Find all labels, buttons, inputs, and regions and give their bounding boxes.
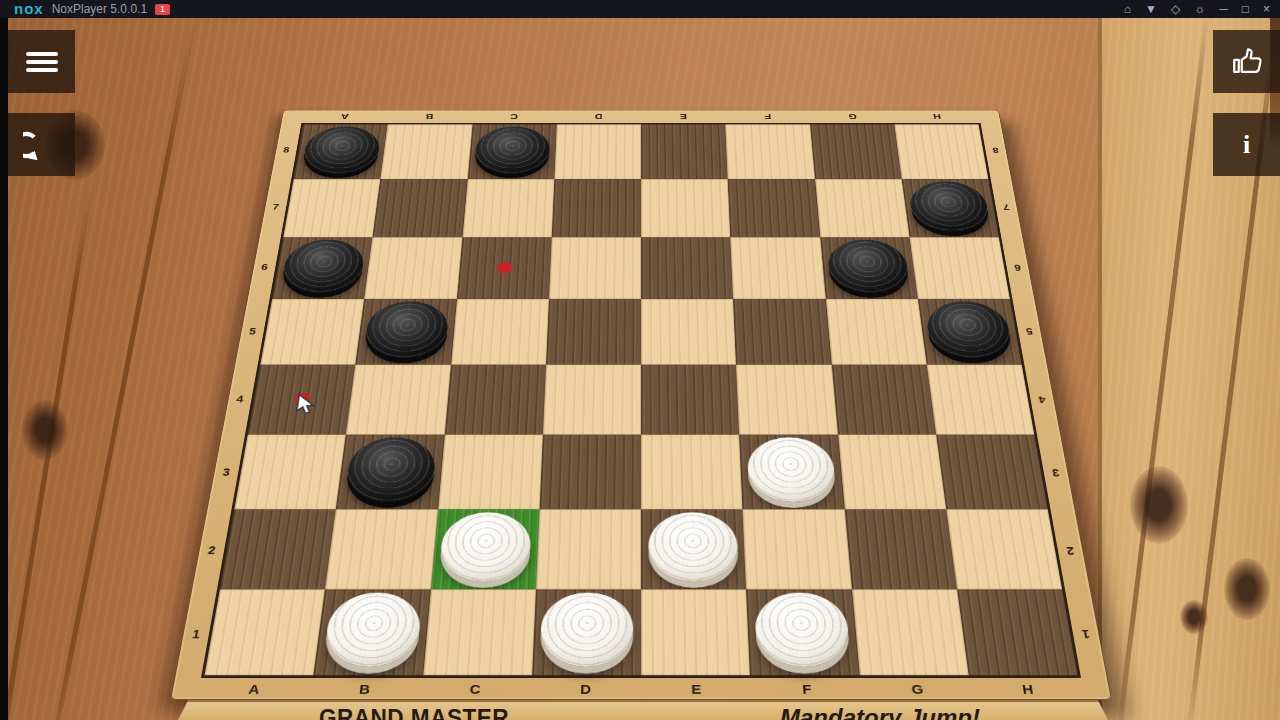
square-e2[interactable] (641, 509, 746, 589)
square-f7[interactable] (728, 179, 820, 237)
square-b1[interactable] (314, 589, 431, 675)
white-checker-f3[interactable] (746, 437, 836, 501)
file-label-top-g: G (810, 112, 896, 120)
square-d7[interactable] (552, 179, 641, 237)
square-f6[interactable] (730, 237, 825, 299)
black-checker-b5[interactable] (363, 302, 450, 358)
square-f8[interactable] (725, 124, 814, 179)
square-a6[interactable] (272, 237, 373, 299)
black-checker-c8[interactable] (474, 127, 551, 174)
thumbs-up-icon (1229, 44, 1265, 80)
file-label-bottom-f: F (751, 681, 862, 696)
wood-knot (1224, 558, 1270, 620)
black-checker-g6[interactable] (826, 240, 910, 293)
info-icon: i (1243, 130, 1250, 160)
file-label-top-f: F (725, 112, 810, 120)
file-labels-top: ABCDEFGH (282, 110, 1001, 122)
file-label-bottom-c: C (419, 681, 530, 696)
file-label-top-b: B (387, 112, 473, 120)
square-a8[interactable] (294, 124, 388, 179)
square-d8[interactable] (554, 124, 641, 179)
black-checker-b3[interactable] (344, 437, 437, 501)
move-hint-dot-c6[interactable] (497, 262, 513, 273)
square-h6[interactable] (909, 237, 1010, 299)
square-c7[interactable] (462, 179, 554, 237)
window-titlebar: nox NoxPlayer 5.0.0.1 1 ⌂▼◇☼─□× (0, 0, 1280, 18)
window-title: NoxPlayer 5.0.0.1 (52, 2, 147, 16)
square-c2[interactable] (430, 509, 539, 589)
like-button[interactable] (1213, 30, 1280, 93)
square-e1[interactable] (641, 589, 750, 675)
hamburger-icon (26, 48, 58, 76)
file-label-top-c: C (471, 112, 556, 120)
square-d3[interactable] (539, 435, 641, 510)
square-e8[interactable] (641, 124, 728, 179)
square-a2[interactable] (220, 509, 336, 589)
close-icon[interactable]: × (1263, 1, 1270, 17)
wood-knot (1180, 600, 1208, 634)
square-f1[interactable] (746, 589, 859, 675)
minimize-icon[interactable]: ─ (1219, 1, 1228, 17)
board-front-edge: GRAND MASTER Mandatory Jump! (176, 700, 1110, 720)
file-label-top-d: D (556, 112, 641, 120)
square-f2[interactable] (743, 509, 852, 589)
white-checker-f1[interactable] (754, 593, 851, 667)
player-level-label: GRAND MASTER (319, 704, 509, 720)
square-c6[interactable] (457, 237, 552, 299)
square-d6[interactable] (549, 237, 641, 299)
square-g2[interactable] (844, 509, 956, 589)
file-label-bottom-g: G (861, 681, 973, 696)
file-label-top-e: E (641, 112, 726, 120)
square-h3[interactable] (936, 435, 1048, 510)
square-d4[interactable] (543, 365, 641, 435)
square-a1[interactable] (204, 589, 325, 675)
gear-icon[interactable]: ☼ (1194, 1, 1205, 17)
file-label-bottom-d: D (530, 681, 641, 696)
square-e3[interactable] (641, 435, 743, 510)
square-b8[interactable] (380, 124, 472, 179)
square-e5[interactable] (641, 299, 736, 365)
square-b4[interactable] (346, 365, 451, 435)
board-frame: ABCDEFGH 87654321 87654321 ABCDEFGH (170, 110, 1112, 700)
square-b3[interactable] (336, 435, 444, 510)
info-button[interactable]: i (1213, 113, 1280, 176)
square-b5[interactable] (355, 299, 456, 365)
square-h4[interactable] (927, 365, 1035, 435)
desktop-icon[interactable]: ⌂ (1124, 1, 1131, 17)
black-checker-h5[interactable] (924, 302, 1013, 358)
square-e6[interactable] (641, 237, 733, 299)
square-b6[interactable] (364, 237, 462, 299)
file-label-top-a: A (302, 112, 388, 120)
square-g7[interactable] (815, 179, 910, 237)
square-g4[interactable] (831, 365, 936, 435)
square-g1[interactable] (852, 589, 969, 675)
file-label-bottom-h: H (971, 681, 1084, 696)
square-f3[interactable] (739, 435, 844, 510)
square-a4[interactable] (248, 365, 356, 435)
file-label-bottom-b: B (309, 681, 421, 696)
square-a3[interactable] (234, 435, 346, 510)
wand-icon[interactable]: ◇ (1171, 1, 1180, 17)
square-c1[interactable] (423, 589, 536, 675)
black-checker-h7[interactable] (908, 181, 992, 231)
square-d2[interactable] (536, 509, 641, 589)
square-f4[interactable] (736, 365, 837, 435)
noxplayer-logo: nox (14, 4, 44, 14)
square-c8[interactable] (467, 124, 556, 179)
white-checker-e2[interactable] (648, 512, 738, 581)
square-h7[interactable] (902, 179, 999, 237)
wood-knot (1130, 466, 1188, 544)
square-h8[interactable] (894, 124, 988, 179)
square-e4[interactable] (641, 365, 739, 435)
file-label-bottom-e: E (641, 681, 752, 696)
square-b7[interactable] (373, 179, 468, 237)
file-label-bottom-a: A (198, 681, 311, 696)
board-grid (201, 123, 1081, 678)
notification-badge[interactable]: 1 (155, 4, 170, 15)
restart-button[interactable] (8, 113, 75, 176)
white-checker-b1[interactable] (322, 593, 422, 667)
square-h2[interactable] (946, 509, 1062, 589)
square-g3[interactable] (838, 435, 946, 510)
menu-button[interactable] (8, 30, 75, 93)
black-checker-a6[interactable] (280, 240, 366, 293)
black-checker-a8[interactable] (301, 127, 382, 174)
square-e7[interactable] (641, 179, 730, 237)
square-g6[interactable] (820, 237, 918, 299)
white-checker-c2[interactable] (439, 512, 533, 581)
left-black-strip (0, 18, 8, 720)
checkers-board: ABCDEFGH 87654321 87654321 ABCDEFGH (170, 18, 1110, 700)
restart-icon (23, 126, 61, 164)
square-b2[interactable] (325, 509, 437, 589)
square-g8[interactable] (810, 124, 902, 179)
game-message: Mandatory Jump! (780, 704, 980, 720)
arrow-down-icon[interactable]: ▼ (1145, 1, 1157, 17)
square-f5[interactable] (733, 299, 831, 365)
square-h1[interactable] (957, 589, 1078, 675)
file-labels-bottom: ABCDEFGH (171, 678, 1111, 699)
square-d1[interactable] (532, 589, 641, 675)
wood-knot (22, 400, 68, 460)
square-a7[interactable] (283, 179, 380, 237)
mouse-cursor-icon (294, 393, 317, 416)
square-g5[interactable] (825, 299, 926, 365)
square-c4[interactable] (444, 365, 545, 435)
white-checker-d1[interactable] (540, 593, 634, 667)
square-c3[interactable] (438, 435, 543, 510)
square-h5[interactable] (918, 299, 1022, 365)
file-label-top-h: H (894, 112, 980, 120)
maximize-icon[interactable]: □ (1242, 1, 1249, 17)
square-c5[interactable] (451, 299, 549, 365)
square-d5[interactable] (546, 299, 641, 365)
square-a5[interactable] (260, 299, 364, 365)
